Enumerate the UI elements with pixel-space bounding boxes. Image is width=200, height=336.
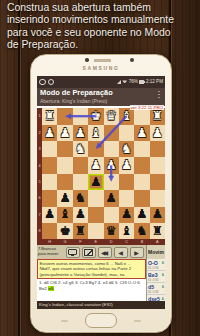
piece-white-queen: ♛	[106, 110, 117, 123]
piece-black-pawn: ♟	[121, 208, 132, 221]
piece-black-pawn: ♟	[106, 192, 117, 205]
back-icon: ◀	[118, 249, 123, 256]
candidate-move-O-O[interactable]: O-O661 0:36	[147, 259, 165, 271]
piece-black-queen: ♛	[106, 225, 117, 238]
wifi-icon	[122, 80, 127, 83]
move-text: d5	[148, 284, 154, 290]
caption-line: Construa sua abertura também	[7, 2, 196, 14]
moves-panel-header[interactable]: Movim	[146, 245, 165, 259]
step-forward-button[interactable]: ▶	[130, 247, 144, 258]
file-label: H	[42, 239, 57, 245]
square-a1[interactable]: ♜	[150, 108, 165, 124]
app-header: Modo de Preparação Abertura: King's Indi…	[37, 88, 165, 106]
piece-black-knight: ♞	[136, 225, 147, 238]
square-c4[interactable]: ♟	[119, 157, 134, 173]
caption-line: inserindo movimentos manualmente	[7, 14, 196, 26]
caption-line: para você e seu oponente no Modo	[7, 27, 196, 39]
move-text: O-O	[148, 260, 158, 266]
square-f4[interactable]	[73, 157, 88, 173]
opening-name-bar: King's Indian, classical variation (E92)	[37, 301, 165, 309]
square-a6[interactable]	[150, 190, 165, 206]
square-g1[interactable]	[57, 108, 72, 124]
square-f6[interactable]: ♞	[73, 190, 88, 206]
piece-black-knight: ♞	[75, 192, 86, 205]
piece-black-pawn: ♟	[59, 192, 70, 205]
square-e1[interactable]: ♚	[88, 108, 103, 124]
notification-icon	[39, 79, 46, 86]
chess-board: ♜♚♛♝♜♟♟♟♝♟♟♞♞♟♟♟♟♟♞♟♟♝♟♟♟♟♚♜♛♝♞♜	[42, 108, 165, 239]
square-h2[interactable]: ♟	[42, 125, 57, 141]
piece-black-rook: ♜	[152, 225, 163, 238]
home-button[interactable]	[85, 313, 117, 328]
page-title: Modo de Preparação	[40, 89, 165, 98]
square-c3[interactable]: ♞	[119, 141, 134, 157]
phone-brand-logo: SAMSUNG	[31, 65, 171, 71]
square-h5[interactable]	[42, 174, 57, 190]
piece-white-pawn: ♟	[121, 159, 132, 172]
overflow-menu-icon[interactable]: ⋮	[155, 90, 164, 99]
square-b1[interactable]	[134, 108, 149, 124]
move-text: Be3	[148, 272, 158, 278]
piece-white-pawn: ♟	[136, 127, 147, 140]
move-tag: 6	[162, 284, 164, 290]
candidate-moves-list: O-O661 0:36Be3661 0:34d5661 0:36dxe5661 …	[146, 259, 165, 301]
piece-black-bishop: ♝	[59, 208, 70, 221]
square-a3[interactable]	[150, 141, 165, 157]
piece-white-bishop: ♝	[90, 127, 101, 140]
square-g7[interactable]: ♝	[57, 207, 72, 223]
proximity-sensor	[85, 58, 89, 62]
square-h1[interactable]: ♜	[42, 108, 57, 124]
square-h7[interactable]: ♟	[42, 207, 57, 223]
move-stats: 61 0:36	[148, 266, 164, 270]
piece-black-pawn: ♟	[75, 208, 86, 221]
square-a4[interactable]	[150, 157, 165, 173]
front-camera	[130, 58, 134, 62]
square-d2[interactable]	[104, 125, 119, 141]
square-b7[interactable]: ♟	[134, 207, 149, 223]
piece-white-bishop: ♝	[121, 110, 132, 123]
fast-rewind-icon: ◀◀	[101, 249, 106, 256]
square-e8[interactable]	[88, 223, 103, 239]
square-g5[interactable]	[57, 174, 72, 190]
file-label: C	[119, 239, 134, 245]
square-h3[interactable]	[42, 141, 57, 157]
turn-status-text: 7.Brancas para mover	[37, 247, 63, 256]
file-label: F	[73, 239, 88, 245]
piece-black-pawn: ♟	[136, 208, 147, 221]
fast-rewind-button[interactable]: ◀◀	[98, 247, 112, 258]
square-e4[interactable]: ♟	[88, 157, 103, 173]
step-back-button[interactable]: ◀	[114, 247, 128, 258]
battery-icon	[139, 80, 144, 83]
square-g6[interactable]: ♟	[57, 190, 72, 206]
file-label: A	[150, 239, 165, 245]
square-e2[interactable]: ♝	[88, 125, 103, 141]
square-c8[interactable]: ♝	[119, 223, 134, 239]
move-tag: 6	[162, 260, 164, 266]
square-a7[interactable]: ♟	[150, 207, 165, 223]
square-b5[interactable]	[134, 174, 149, 190]
square-e7[interactable]	[88, 207, 103, 223]
piece-white-pawn: ♟	[75, 127, 86, 140]
file-labels: HGFEDCBA	[42, 239, 165, 245]
file-label: G	[57, 239, 72, 245]
piece-white-pawn: ♟	[44, 127, 55, 140]
forward-icon: ▶	[134, 249, 139, 256]
board-area: ver 3.22.11 PRO 12345678 ♜♚♛♝♜♟♟♟♝♟♟♞♞♟♟…	[37, 106, 165, 244]
piece-white-rook: ♜	[44, 110, 55, 123]
phone-screen: 76% 2:12 PM Modo de Preparação Abertura:…	[37, 76, 165, 309]
current-move-highlight: e5	[48, 286, 54, 291]
board-toolbar: 7.Brancas para mover ◀◀ ◀ ▶ Movim	[37, 244, 165, 259]
square-b6[interactable]	[134, 190, 149, 206]
engine-monitor-button[interactable]	[66, 247, 80, 258]
piece-white-pawn: ♟	[59, 127, 70, 140]
status-bar: 76% 2:12 PM	[37, 76, 165, 88]
square-e5[interactable]: ♟	[88, 174, 103, 190]
square-d7[interactable]	[104, 207, 119, 223]
square-f3[interactable]: ♞	[73, 141, 88, 157]
piece-black-pawn: ♟	[152, 208, 163, 221]
square-b2[interactable]: ♟	[134, 125, 149, 141]
square-f5[interactable]	[73, 174, 88, 190]
square-g4[interactable]	[57, 157, 72, 173]
notification-icon	[48, 79, 55, 86]
square-f8[interactable]: ♜	[73, 223, 88, 239]
candidate-move-d5[interactable]: d5661 0:36	[147, 283, 165, 295]
square-f1[interactable]	[73, 108, 88, 124]
square-a5[interactable]	[150, 174, 165, 190]
opening-comment-box: Existem outros movimentos, como 6 ... Na…	[37, 259, 146, 279]
promo-caption: Construa sua abertura também inserindo m…	[7, 2, 196, 52]
move-line-text: 1. d4 Cf6 2. c4 g6 3. Cc3 Bg7 4. e4 d6 5…	[37, 279, 146, 301]
back-capacitive-button[interactable]	[134, 320, 141, 322]
square-a2[interactable]: ♟	[150, 125, 165, 141]
piece-black-bishop: ♝	[121, 225, 132, 238]
square-e6[interactable]	[88, 190, 103, 206]
square-d3[interactable]	[104, 141, 119, 157]
page-subtitle: Abertura: King's Indian (Preto)	[40, 98, 165, 104]
square-d5[interactable]	[104, 174, 119, 190]
piece-white-pawn: ♟	[152, 127, 163, 140]
square-c5[interactable]	[119, 174, 134, 190]
square-d6[interactable]: ♟	[104, 190, 119, 206]
recents-capacitive-button[interactable]	[61, 320, 68, 322]
piece-white-pawn: ♟	[90, 159, 101, 172]
square-c6[interactable]	[119, 190, 134, 206]
piece-black-pawn: ♟	[90, 176, 101, 189]
piece-white-rook: ♜	[152, 110, 163, 123]
piece-black-king: ♚	[59, 225, 70, 238]
battery-percent: 76%	[129, 79, 138, 84]
piece-white-knight: ♞	[75, 143, 86, 156]
square-d1[interactable]: ♛	[104, 108, 119, 124]
square-c2[interactable]	[119, 125, 134, 141]
square-d4[interactable]: ♟	[104, 157, 119, 173]
move-tag: 6	[162, 272, 164, 278]
piece-black-rook: ♜	[75, 225, 86, 238]
move-line-prefix: 1. d4 Cf6 2. c4 g6 3. Cc3 Bg7 4. e4 d6 5…	[39, 280, 141, 291]
square-h4[interactable]	[42, 157, 57, 173]
square-b3[interactable]	[134, 141, 149, 157]
picture-icon	[84, 249, 93, 256]
earpiece-speaker	[94, 59, 111, 63]
square-a8[interactable]: ♜	[150, 223, 165, 239]
move-stats: 61 0:34	[148, 278, 164, 282]
candidate-move-Be3[interactable]: Be3661 0:34	[147, 271, 165, 283]
square-f2[interactable]: ♟	[73, 125, 88, 141]
version-overlay: ver 3.22.11 PRO	[130, 105, 164, 110]
piece-black-pawn: ♟	[44, 208, 55, 221]
square-d8[interactable]: ♛	[104, 223, 119, 239]
board-frame: 12345678 ♜♚♛♝♜♟♟♟♝♟♟♞♞♟♟♟♟♟♞♟♟♝♟♟♟♟♚♜♛♝♞…	[37, 108, 165, 245]
move-stats: 61 0:36	[148, 290, 164, 294]
clock-text: 2:12 PM	[146, 79, 163, 84]
square-g2[interactable]: ♟	[57, 125, 72, 141]
square-b4[interactable]	[134, 157, 149, 173]
samsung-phone: SAMSUNG 76% 2:12 PM Modo de Preparação A…	[30, 54, 172, 333]
signal-icon	[117, 80, 121, 84]
piece-white-king: ♚	[90, 110, 101, 123]
square-h8[interactable]	[42, 223, 57, 239]
square-c1[interactable]: ♝	[119, 108, 134, 124]
monitor-icon	[68, 249, 77, 256]
piece-white-knight: ♞	[121, 143, 132, 156]
square-g8[interactable]: ♚	[57, 223, 72, 239]
file-label: E	[88, 239, 103, 245]
file-label: B	[134, 239, 149, 245]
position-image-button[interactable]	[82, 247, 96, 258]
square-f7[interactable]: ♟	[73, 207, 88, 223]
square-e3[interactable]	[88, 141, 103, 157]
square-h6[interactable]	[42, 190, 57, 206]
square-g3[interactable]	[57, 141, 72, 157]
square-b8[interactable]: ♞	[134, 223, 149, 239]
file-label: D	[104, 239, 119, 245]
caption-line: de Preparação.	[7, 39, 196, 51]
square-c7[interactable]: ♟	[119, 207, 134, 223]
piece-white-pawn: ♟	[106, 159, 117, 172]
